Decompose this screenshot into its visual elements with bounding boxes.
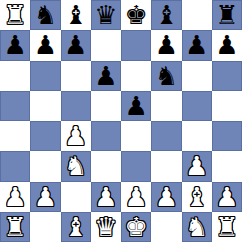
square-e7[interactable]: [121, 30, 151, 60]
white-bishop[interactable]: ♝: [64, 214, 87, 240]
white-pawn[interactable]: ♟: [185, 153, 208, 179]
square-h7[interactable]: ♟: [212, 30, 242, 60]
black-pawn[interactable]: ♟: [3, 32, 26, 58]
white-pawn[interactable]: ♟: [215, 184, 238, 210]
square-e2[interactable]: ♟: [121, 182, 151, 212]
square-c8[interactable]: ♝: [61, 0, 91, 30]
square-d4[interactable]: [91, 121, 121, 151]
square-h6[interactable]: [212, 61, 242, 91]
square-f5[interactable]: [151, 91, 181, 121]
black-pawn[interactable]: ♟: [185, 32, 208, 58]
square-h4[interactable]: [212, 121, 242, 151]
black-bishop[interactable]: ♝: [155, 2, 178, 28]
white-pawn[interactable]: ♟: [155, 184, 178, 210]
square-d8[interactable]: ♛: [91, 0, 121, 30]
square-g1[interactable]: ♞: [182, 212, 212, 242]
white-pawn[interactable]: ♟: [3, 184, 26, 210]
black-pawn[interactable]: ♟: [124, 93, 147, 119]
square-h5[interactable]: [212, 91, 242, 121]
black-pawn[interactable]: ♟: [64, 32, 87, 58]
white-knight[interactable]: ♞: [185, 214, 208, 240]
square-e6[interactable]: [121, 61, 151, 91]
white-pawn[interactable]: ♟: [124, 184, 147, 210]
square-f1[interactable]: [151, 212, 181, 242]
white-bishop[interactable]: ♝: [185, 184, 208, 210]
white-queen[interactable]: ♛: [94, 214, 117, 240]
square-c1[interactable]: ♝: [61, 212, 91, 242]
black-queen[interactable]: ♛: [94, 2, 117, 28]
square-c6[interactable]: [61, 61, 91, 91]
square-f4[interactable]: [151, 121, 181, 151]
square-a2[interactable]: ♟: [0, 182, 30, 212]
square-e4[interactable]: [121, 121, 151, 151]
square-c4[interactable]: ♟: [61, 121, 91, 151]
white-rook[interactable]: ♜: [3, 2, 26, 28]
white-pawn[interactable]: ♟: [34, 184, 57, 210]
square-b3[interactable]: [30, 151, 60, 181]
square-e1[interactable]: ♚: [121, 212, 151, 242]
black-knight[interactable]: ♞: [155, 63, 178, 89]
square-b8[interactable]: ♞: [30, 0, 60, 30]
white-knight[interactable]: ♞: [64, 153, 87, 179]
black-pawn[interactable]: ♟: [94, 63, 117, 89]
black-rook[interactable]: ♜: [215, 2, 238, 28]
square-c3[interactable]: ♞: [61, 151, 91, 181]
square-f6[interactable]: ♞: [151, 61, 181, 91]
square-h3[interactable]: [212, 151, 242, 181]
square-g5[interactable]: [182, 91, 212, 121]
square-d2[interactable]: ♟: [91, 182, 121, 212]
square-e8[interactable]: ♚: [121, 0, 151, 30]
square-a1[interactable]: ♜: [0, 212, 30, 242]
square-b5[interactable]: [30, 91, 60, 121]
square-b6[interactable]: [30, 61, 60, 91]
square-b1[interactable]: [30, 212, 60, 242]
square-d3[interactable]: [91, 151, 121, 181]
square-d7[interactable]: [91, 30, 121, 60]
square-g6[interactable]: [182, 61, 212, 91]
square-a3[interactable]: [0, 151, 30, 181]
black-knight[interactable]: ♞: [34, 2, 57, 28]
square-d1[interactable]: ♛: [91, 212, 121, 242]
square-c7[interactable]: ♟: [61, 30, 91, 60]
chess-board: ♜♞♝♛♚♝♜♟♟♟♟♟♟♟♞♟♟♞♟♟♟♟♟♟♝♟♜♝♛♚♞♜: [0, 0, 242, 242]
square-b7[interactable]: ♟: [30, 30, 60, 60]
square-h8[interactable]: ♜: [212, 0, 242, 30]
black-pawn[interactable]: ♟: [155, 32, 178, 58]
square-g3[interactable]: ♟: [182, 151, 212, 181]
white-pawn[interactable]: ♟: [94, 184, 117, 210]
square-e5[interactable]: ♟: [121, 91, 151, 121]
square-d6[interactable]: ♟: [91, 61, 121, 91]
square-g4[interactable]: [182, 121, 212, 151]
square-h2[interactable]: ♟: [212, 182, 242, 212]
square-a5[interactable]: [0, 91, 30, 121]
black-bishop[interactable]: ♝: [64, 2, 87, 28]
square-f8[interactable]: ♝: [151, 0, 181, 30]
square-c2[interactable]: [61, 182, 91, 212]
square-a6[interactable]: [0, 61, 30, 91]
white-king[interactable]: ♚: [124, 214, 147, 240]
square-g7[interactable]: ♟: [182, 30, 212, 60]
black-pawn[interactable]: ♟: [215, 32, 238, 58]
square-b4[interactable]: [30, 121, 60, 151]
square-g2[interactable]: ♝: [182, 182, 212, 212]
black-pawn[interactable]: ♟: [34, 32, 57, 58]
white-rook[interactable]: ♜: [3, 214, 26, 240]
black-king[interactable]: ♚: [124, 2, 147, 28]
square-b2[interactable]: ♟: [30, 182, 60, 212]
square-d5[interactable]: [91, 91, 121, 121]
white-pawn[interactable]: ♟: [64, 123, 87, 149]
square-a7[interactable]: ♟: [0, 30, 30, 60]
square-a8[interactable]: ♜: [0, 0, 30, 30]
square-f3[interactable]: [151, 151, 181, 181]
square-a4[interactable]: [0, 121, 30, 151]
square-f2[interactable]: ♟: [151, 182, 181, 212]
square-h1[interactable]: ♜: [212, 212, 242, 242]
square-g8[interactable]: [182, 0, 212, 30]
square-f7[interactable]: ♟: [151, 30, 181, 60]
square-c5[interactable]: [61, 91, 91, 121]
white-rook[interactable]: ♜: [215, 214, 238, 240]
square-e3[interactable]: [121, 151, 151, 181]
